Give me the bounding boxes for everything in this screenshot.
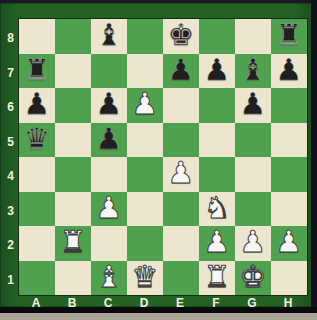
- square-g5[interactable]: [235, 123, 271, 158]
- square-a2[interactable]: [19, 226, 55, 261]
- square-f5[interactable]: [199, 123, 235, 158]
- black-pawn: ♟: [96, 122, 123, 157]
- square-a3[interactable]: [19, 192, 55, 227]
- bottom-edge-strip: [0, 313, 317, 320]
- black-bishop: ♝: [96, 18, 123, 53]
- square-b2[interactable]: ♜: [55, 226, 91, 261]
- square-g8[interactable]: [235, 19, 271, 54]
- square-b7[interactable]: [55, 54, 91, 89]
- square-d4[interactable]: [127, 157, 163, 192]
- square-d1[interactable]: ♛: [127, 261, 163, 296]
- square-a8[interactable]: [19, 19, 55, 54]
- white-pawn: ♟: [96, 191, 123, 226]
- square-c7[interactable]: [91, 54, 127, 89]
- square-f7[interactable]: ♟: [199, 54, 235, 89]
- black-pawn: ♟: [276, 53, 303, 88]
- white-knight: ♞: [204, 191, 231, 226]
- black-pawn: ♟: [96, 87, 123, 122]
- rank-label-8: 8: [3, 21, 18, 56]
- square-c8[interactable]: ♝: [91, 19, 127, 54]
- square-e5[interactable]: [163, 123, 199, 158]
- white-pawn: ♟: [276, 225, 303, 260]
- white-bishop: ♝: [96, 260, 123, 295]
- square-e8[interactable]: ♚: [163, 19, 199, 54]
- black-pawn: ♟: [204, 53, 231, 88]
- square-b8[interactable]: [55, 19, 91, 54]
- square-c3[interactable]: ♟: [91, 192, 127, 227]
- square-h8[interactable]: ♜: [271, 19, 307, 54]
- square-e1[interactable]: [163, 261, 199, 296]
- square-h3[interactable]: [271, 192, 307, 227]
- white-pawn: ♟: [204, 225, 231, 260]
- square-f6[interactable]: [199, 88, 235, 123]
- rank-label-1: 1: [3, 263, 18, 298]
- rank-label-5: 5: [3, 125, 18, 160]
- square-b3[interactable]: [55, 192, 91, 227]
- black-bishop: ♝: [240, 53, 267, 88]
- square-h4[interactable]: [271, 157, 307, 192]
- white-pawn: ♟: [240, 225, 267, 260]
- square-e7[interactable]: ♟: [163, 54, 199, 89]
- rank-label-2: 2: [3, 228, 18, 263]
- square-d5[interactable]: [127, 123, 163, 158]
- square-f1[interactable]: ♜: [199, 261, 235, 296]
- square-f8[interactable]: [199, 19, 235, 54]
- square-c5[interactable]: ♟: [91, 123, 127, 158]
- black-rook: ♜: [24, 53, 51, 88]
- square-g2[interactable]: ♟: [235, 226, 271, 261]
- square-e3[interactable]: [163, 192, 199, 227]
- square-g6[interactable]: ♟: [235, 88, 271, 123]
- board-grid: ♝♚♜♜♟♟♝♟♟♟♟♟♛♟♟♟♞♜♟♟♟♝♛♜♚: [18, 18, 308, 296]
- white-pawn: ♟: [168, 156, 195, 191]
- square-d8[interactable]: [127, 19, 163, 54]
- square-d6[interactable]: ♟: [127, 88, 163, 123]
- black-pawn: ♟: [168, 53, 195, 88]
- square-e6[interactable]: [163, 88, 199, 123]
- square-g7[interactable]: ♝: [235, 54, 271, 89]
- square-d3[interactable]: [127, 192, 163, 227]
- square-c6[interactable]: ♟: [91, 88, 127, 123]
- black-rook: ♜: [276, 18, 303, 53]
- rank-labels: 87654321: [3, 21, 18, 297]
- square-c2[interactable]: [91, 226, 127, 261]
- black-pawn: ♟: [240, 87, 267, 122]
- white-queen: ♛: [132, 260, 159, 295]
- square-a7[interactable]: ♜: [19, 54, 55, 89]
- square-f3[interactable]: ♞: [199, 192, 235, 227]
- square-a4[interactable]: [19, 157, 55, 192]
- square-g3[interactable]: [235, 192, 271, 227]
- square-g1[interactable]: ♚: [235, 261, 271, 296]
- square-f2[interactable]: ♟: [199, 226, 235, 261]
- black-king: ♚: [168, 18, 195, 53]
- right-border-line: [311, 0, 317, 320]
- black-pawn: ♟: [24, 87, 51, 122]
- square-a6[interactable]: ♟: [19, 88, 55, 123]
- square-d7[interactable]: [127, 54, 163, 89]
- square-c4[interactable]: [91, 157, 127, 192]
- square-b1[interactable]: [55, 261, 91, 296]
- square-c1[interactable]: ♝: [91, 261, 127, 296]
- rank-label-6: 6: [3, 90, 18, 125]
- square-h1[interactable]: [271, 261, 307, 296]
- rank-label-4: 4: [3, 159, 18, 194]
- chessboard-diagram: 87654321 ABCDEFGH ♝♚♜♜♟♟♝♟♟♟♟♟♛♟♟♟♞♜♟♟♟♝…: [0, 0, 317, 320]
- square-h2[interactable]: ♟: [271, 226, 307, 261]
- square-d2[interactable]: [127, 226, 163, 261]
- square-h7[interactable]: ♟: [271, 54, 307, 89]
- square-h6[interactable]: [271, 88, 307, 123]
- square-f4[interactable]: [199, 157, 235, 192]
- square-b5[interactable]: [55, 123, 91, 158]
- square-g4[interactable]: [235, 157, 271, 192]
- square-h5[interactable]: [271, 123, 307, 158]
- white-rook: ♜: [204, 260, 231, 295]
- square-a5[interactable]: ♛: [19, 123, 55, 158]
- rank-label-3: 3: [3, 194, 18, 229]
- square-b6[interactable]: [55, 88, 91, 123]
- white-pawn: ♟: [132, 87, 159, 122]
- square-a1[interactable]: [19, 261, 55, 296]
- white-rook: ♜: [60, 225, 87, 260]
- white-king: ♚: [240, 260, 267, 295]
- square-e4[interactable]: ♟: [163, 157, 199, 192]
- rank-label-7: 7: [3, 56, 18, 91]
- square-b4[interactable]: [55, 157, 91, 192]
- black-queen: ♛: [24, 122, 51, 157]
- square-e2[interactable]: [163, 226, 199, 261]
